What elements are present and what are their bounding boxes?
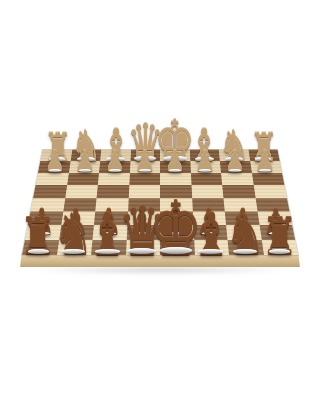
square-b2 <box>59 225 94 240</box>
square-e1 <box>160 240 195 255</box>
square-e8 <box>160 150 190 161</box>
square-h8 <box>248 150 280 161</box>
square-c7 <box>99 161 130 173</box>
square-d3 <box>127 211 160 225</box>
square-h3 <box>257 211 292 225</box>
square-a1 <box>22 240 59 255</box>
square-f2 <box>193 225 227 240</box>
square-b3 <box>61 211 95 225</box>
chess-board <box>22 150 298 255</box>
square-b4 <box>63 198 97 211</box>
square-e4 <box>160 198 192 211</box>
square-f4 <box>192 198 225 211</box>
square-d5 <box>128 185 160 198</box>
square-a3 <box>28 211 63 225</box>
square-b1 <box>57 240 93 255</box>
square-g5 <box>222 185 255 198</box>
board-front-edge <box>20 254 300 267</box>
square-h1 <box>261 240 298 255</box>
square-c5 <box>97 185 129 198</box>
square-g1 <box>228 240 264 255</box>
square-e2 <box>160 225 194 240</box>
square-e6 <box>160 173 191 185</box>
square-g2 <box>226 225 261 240</box>
square-f7 <box>190 161 221 173</box>
square-h5 <box>253 185 287 198</box>
square-e5 <box>160 185 192 198</box>
square-d1 <box>126 240 161 255</box>
square-d7 <box>130 161 160 173</box>
square-d2 <box>126 225 160 240</box>
square-h7 <box>250 161 282 173</box>
square-b7 <box>69 161 101 173</box>
square-c4 <box>95 198 128 211</box>
square-d8 <box>130 150 160 161</box>
square-a2 <box>25 225 61 240</box>
square-a8 <box>40 150 72 161</box>
square-f5 <box>191 185 223 198</box>
square-f6 <box>190 173 222 185</box>
square-d6 <box>129 173 160 185</box>
square-b6 <box>67 173 99 185</box>
square-f8 <box>189 150 219 161</box>
square-c6 <box>98 173 130 185</box>
square-f3 <box>192 211 226 225</box>
square-a7 <box>38 161 70 173</box>
square-f1 <box>194 240 229 255</box>
square-a5 <box>33 185 67 198</box>
square-b8 <box>70 150 101 161</box>
square-c8 <box>100 150 130 161</box>
square-d4 <box>128 198 160 211</box>
square-h4 <box>255 198 289 211</box>
product-photo: ♜♞♝♛♚♝♞♜♟♟♟♟♟♟♟♟♟♟♟♟♟♟♟♟♜♞♝♛♚♝♞♜ <box>10 0 310 400</box>
square-g4 <box>223 198 257 211</box>
square-e3 <box>160 211 193 225</box>
square-a4 <box>31 198 65 211</box>
square-g7 <box>220 161 252 173</box>
square-c1 <box>91 240 126 255</box>
square-g3 <box>225 211 259 225</box>
board-shadow <box>30 266 290 274</box>
square-e7 <box>160 161 190 173</box>
square-b5 <box>65 185 98 198</box>
square-a6 <box>36 173 69 185</box>
square-h6 <box>251 173 284 185</box>
square-g6 <box>221 173 253 185</box>
square-g8 <box>219 150 250 161</box>
square-c2 <box>92 225 126 240</box>
square-h2 <box>259 225 295 240</box>
square-c3 <box>94 211 128 225</box>
